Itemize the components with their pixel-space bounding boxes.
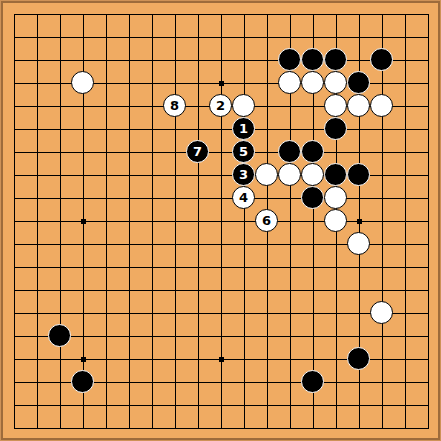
white-stone bbox=[232, 94, 255, 117]
intersection bbox=[232, 370, 255, 393]
intersection bbox=[232, 255, 255, 278]
white-stone: 6 bbox=[255, 209, 278, 232]
move-number: 5 bbox=[239, 145, 248, 158]
black-stone bbox=[301, 140, 324, 163]
intersection bbox=[94, 278, 117, 301]
intersection bbox=[163, 370, 186, 393]
intersection bbox=[393, 209, 416, 232]
intersection bbox=[163, 393, 186, 416]
intersection bbox=[71, 324, 94, 347]
move-number: 2 bbox=[216, 99, 225, 112]
intersection bbox=[209, 416, 232, 439]
intersection bbox=[370, 393, 393, 416]
intersection bbox=[232, 278, 255, 301]
intersection bbox=[94, 232, 117, 255]
intersection bbox=[255, 416, 278, 439]
intersection bbox=[117, 347, 140, 370]
intersection bbox=[2, 393, 25, 416]
intersection bbox=[186, 94, 209, 117]
intersection bbox=[117, 209, 140, 232]
intersection bbox=[324, 301, 347, 324]
intersection bbox=[301, 186, 324, 209]
intersection bbox=[2, 209, 25, 232]
intersection bbox=[255, 48, 278, 71]
intersection bbox=[255, 301, 278, 324]
intersection bbox=[416, 416, 439, 439]
intersection bbox=[209, 232, 232, 255]
black-stone bbox=[301, 186, 324, 209]
intersection bbox=[71, 209, 94, 232]
intersection bbox=[416, 278, 439, 301]
intersection bbox=[232, 94, 255, 117]
intersection bbox=[186, 232, 209, 255]
intersection bbox=[186, 117, 209, 140]
intersection bbox=[255, 255, 278, 278]
intersection bbox=[25, 416, 48, 439]
intersection bbox=[416, 48, 439, 71]
intersection bbox=[232, 347, 255, 370]
intersection bbox=[117, 232, 140, 255]
intersection bbox=[71, 301, 94, 324]
intersection bbox=[94, 347, 117, 370]
intersection bbox=[370, 140, 393, 163]
intersection bbox=[416, 255, 439, 278]
intersection bbox=[209, 278, 232, 301]
intersection bbox=[347, 163, 370, 186]
intersection bbox=[186, 2, 209, 25]
intersection bbox=[71, 186, 94, 209]
intersection bbox=[48, 25, 71, 48]
intersection bbox=[416, 71, 439, 94]
intersection bbox=[301, 117, 324, 140]
intersection bbox=[416, 301, 439, 324]
intersection bbox=[25, 301, 48, 324]
intersection bbox=[71, 2, 94, 25]
intersection bbox=[140, 140, 163, 163]
intersection bbox=[25, 370, 48, 393]
black-stone bbox=[324, 117, 347, 140]
intersection bbox=[209, 347, 232, 370]
intersection bbox=[2, 163, 25, 186]
white-stone bbox=[301, 71, 324, 94]
intersection bbox=[71, 117, 94, 140]
intersection bbox=[186, 255, 209, 278]
intersection bbox=[324, 347, 347, 370]
intersection bbox=[324, 370, 347, 393]
intersection bbox=[301, 94, 324, 117]
intersection bbox=[301, 416, 324, 439]
intersection bbox=[209, 324, 232, 347]
intersection bbox=[301, 163, 324, 186]
intersection bbox=[347, 416, 370, 439]
intersection bbox=[2, 324, 25, 347]
intersection bbox=[140, 209, 163, 232]
intersection bbox=[117, 117, 140, 140]
intersection bbox=[186, 71, 209, 94]
intersection bbox=[209, 71, 232, 94]
intersection bbox=[209, 255, 232, 278]
intersection bbox=[393, 94, 416, 117]
intersection: 8 bbox=[163, 94, 186, 117]
intersection bbox=[393, 140, 416, 163]
intersection bbox=[370, 2, 393, 25]
intersection bbox=[163, 25, 186, 48]
intersection bbox=[117, 94, 140, 117]
intersection bbox=[324, 209, 347, 232]
intersection bbox=[416, 117, 439, 140]
intersection bbox=[140, 117, 163, 140]
move-number: 8 bbox=[170, 99, 179, 112]
intersection bbox=[324, 393, 347, 416]
black-stone: 3 bbox=[232, 163, 255, 186]
intersection bbox=[163, 117, 186, 140]
intersection bbox=[232, 2, 255, 25]
intersection bbox=[94, 71, 117, 94]
intersection bbox=[71, 25, 94, 48]
intersection bbox=[186, 48, 209, 71]
intersection bbox=[2, 301, 25, 324]
move-number: 6 bbox=[262, 214, 271, 227]
intersection bbox=[301, 48, 324, 71]
intersection bbox=[163, 186, 186, 209]
intersection bbox=[2, 255, 25, 278]
white-stone bbox=[370, 301, 393, 324]
intersection bbox=[278, 416, 301, 439]
intersection bbox=[94, 255, 117, 278]
intersection bbox=[255, 140, 278, 163]
intersection bbox=[393, 393, 416, 416]
intersection bbox=[416, 232, 439, 255]
intersection bbox=[48, 255, 71, 278]
intersection bbox=[2, 71, 25, 94]
intersection bbox=[48, 347, 71, 370]
intersection bbox=[255, 163, 278, 186]
intersection bbox=[71, 140, 94, 163]
white-stone bbox=[324, 209, 347, 232]
intersection bbox=[186, 209, 209, 232]
intersection bbox=[255, 94, 278, 117]
intersection bbox=[278, 393, 301, 416]
intersection bbox=[301, 301, 324, 324]
intersection bbox=[301, 71, 324, 94]
intersection bbox=[48, 140, 71, 163]
intersection bbox=[25, 140, 48, 163]
intersection bbox=[25, 71, 48, 94]
intersection bbox=[94, 416, 117, 439]
white-stone bbox=[301, 163, 324, 186]
intersection bbox=[324, 416, 347, 439]
intersection bbox=[94, 370, 117, 393]
intersection bbox=[209, 140, 232, 163]
intersection bbox=[2, 140, 25, 163]
intersection bbox=[370, 209, 393, 232]
intersection bbox=[209, 2, 232, 25]
intersection bbox=[25, 163, 48, 186]
intersection bbox=[25, 117, 48, 140]
intersection bbox=[25, 186, 48, 209]
intersection bbox=[393, 2, 416, 25]
intersection bbox=[324, 163, 347, 186]
intersection bbox=[232, 209, 255, 232]
intersection bbox=[140, 163, 163, 186]
intersection bbox=[347, 2, 370, 25]
intersection bbox=[140, 2, 163, 25]
intersection bbox=[140, 324, 163, 347]
intersection bbox=[393, 25, 416, 48]
intersection bbox=[48, 71, 71, 94]
intersection bbox=[25, 393, 48, 416]
intersection bbox=[209, 209, 232, 232]
intersection bbox=[347, 370, 370, 393]
intersection bbox=[2, 2, 25, 25]
white-stone bbox=[324, 186, 347, 209]
intersection bbox=[324, 140, 347, 163]
intersection bbox=[255, 370, 278, 393]
white-stone bbox=[324, 94, 347, 117]
intersection bbox=[347, 301, 370, 324]
intersection bbox=[2, 117, 25, 140]
intersection bbox=[94, 209, 117, 232]
intersection bbox=[416, 94, 439, 117]
intersection bbox=[71, 255, 94, 278]
intersection bbox=[324, 94, 347, 117]
white-stone bbox=[255, 163, 278, 186]
intersection bbox=[48, 209, 71, 232]
intersection bbox=[48, 117, 71, 140]
intersection bbox=[163, 209, 186, 232]
intersection bbox=[48, 393, 71, 416]
intersection bbox=[2, 94, 25, 117]
intersection bbox=[94, 324, 117, 347]
intersection bbox=[163, 232, 186, 255]
intersection bbox=[71, 232, 94, 255]
intersection bbox=[25, 347, 48, 370]
intersection bbox=[186, 301, 209, 324]
intersection bbox=[48, 186, 71, 209]
intersection bbox=[163, 2, 186, 25]
intersection bbox=[140, 278, 163, 301]
intersection bbox=[370, 370, 393, 393]
intersection bbox=[209, 186, 232, 209]
intersection bbox=[48, 48, 71, 71]
intersection bbox=[117, 71, 140, 94]
intersection bbox=[278, 347, 301, 370]
intersection bbox=[347, 186, 370, 209]
intersection bbox=[163, 163, 186, 186]
intersection bbox=[71, 370, 94, 393]
intersection bbox=[416, 25, 439, 48]
intersection bbox=[186, 393, 209, 416]
intersection bbox=[186, 347, 209, 370]
intersection bbox=[232, 25, 255, 48]
intersection bbox=[209, 117, 232, 140]
intersection bbox=[324, 232, 347, 255]
intersection bbox=[117, 255, 140, 278]
intersection bbox=[278, 301, 301, 324]
intersection bbox=[94, 393, 117, 416]
intersection bbox=[163, 416, 186, 439]
intersection bbox=[186, 163, 209, 186]
intersection bbox=[25, 324, 48, 347]
intersection bbox=[186, 370, 209, 393]
black-stone bbox=[278, 48, 301, 71]
intersection bbox=[255, 393, 278, 416]
intersection bbox=[278, 25, 301, 48]
intersection bbox=[25, 232, 48, 255]
intersection bbox=[140, 370, 163, 393]
intersection bbox=[278, 324, 301, 347]
intersection bbox=[48, 416, 71, 439]
intersection: 1 bbox=[232, 117, 255, 140]
intersection bbox=[94, 301, 117, 324]
intersection bbox=[117, 186, 140, 209]
intersection bbox=[393, 232, 416, 255]
intersection bbox=[2, 278, 25, 301]
intersection bbox=[278, 209, 301, 232]
intersection bbox=[370, 25, 393, 48]
intersection bbox=[301, 347, 324, 370]
intersection bbox=[416, 163, 439, 186]
intersection bbox=[2, 25, 25, 48]
intersection bbox=[416, 2, 439, 25]
intersection bbox=[301, 278, 324, 301]
intersection bbox=[48, 324, 71, 347]
move-number: 4 bbox=[239, 191, 248, 204]
intersection bbox=[186, 416, 209, 439]
intersection bbox=[393, 416, 416, 439]
intersection bbox=[301, 209, 324, 232]
intersection bbox=[370, 278, 393, 301]
intersection bbox=[370, 71, 393, 94]
intersection bbox=[393, 186, 416, 209]
intersection bbox=[71, 71, 94, 94]
intersection bbox=[393, 324, 416, 347]
intersection bbox=[163, 255, 186, 278]
intersection bbox=[140, 48, 163, 71]
intersection bbox=[393, 71, 416, 94]
intersection bbox=[255, 324, 278, 347]
intersection bbox=[25, 255, 48, 278]
intersection bbox=[370, 324, 393, 347]
intersection bbox=[278, 232, 301, 255]
intersection bbox=[94, 94, 117, 117]
intersection bbox=[324, 2, 347, 25]
intersection bbox=[347, 117, 370, 140]
intersection bbox=[393, 48, 416, 71]
intersection bbox=[347, 71, 370, 94]
intersection bbox=[163, 71, 186, 94]
intersection bbox=[301, 255, 324, 278]
intersection bbox=[117, 301, 140, 324]
intersection bbox=[278, 278, 301, 301]
intersection bbox=[324, 255, 347, 278]
intersection bbox=[94, 117, 117, 140]
intersection bbox=[117, 324, 140, 347]
intersection bbox=[347, 232, 370, 255]
intersection bbox=[71, 48, 94, 71]
intersection bbox=[48, 278, 71, 301]
white-stone bbox=[278, 71, 301, 94]
intersection bbox=[278, 71, 301, 94]
intersection bbox=[324, 48, 347, 71]
intersection bbox=[94, 140, 117, 163]
intersection bbox=[416, 324, 439, 347]
intersection bbox=[416, 393, 439, 416]
intersection bbox=[186, 25, 209, 48]
intersection bbox=[94, 2, 117, 25]
intersection bbox=[393, 301, 416, 324]
intersection bbox=[209, 370, 232, 393]
intersection bbox=[94, 25, 117, 48]
white-stone bbox=[324, 71, 347, 94]
intersection bbox=[255, 25, 278, 48]
intersection bbox=[117, 278, 140, 301]
intersection bbox=[140, 94, 163, 117]
intersection bbox=[232, 324, 255, 347]
intersection bbox=[25, 25, 48, 48]
intersection: 2 bbox=[209, 94, 232, 117]
intersection bbox=[140, 301, 163, 324]
intersection bbox=[186, 324, 209, 347]
intersection bbox=[393, 370, 416, 393]
intersection bbox=[324, 186, 347, 209]
intersection bbox=[117, 2, 140, 25]
black-stone bbox=[71, 370, 94, 393]
intersection bbox=[278, 163, 301, 186]
black-stone bbox=[324, 163, 347, 186]
intersection bbox=[301, 140, 324, 163]
intersection bbox=[232, 393, 255, 416]
intersection bbox=[209, 48, 232, 71]
intersection bbox=[301, 393, 324, 416]
intersection bbox=[370, 347, 393, 370]
intersection bbox=[232, 48, 255, 71]
intersection bbox=[347, 255, 370, 278]
white-stone bbox=[347, 94, 370, 117]
intersection bbox=[324, 71, 347, 94]
intersection bbox=[186, 186, 209, 209]
intersection bbox=[347, 48, 370, 71]
intersection: 4 bbox=[232, 186, 255, 209]
intersection bbox=[2, 186, 25, 209]
black-stone bbox=[347, 163, 370, 186]
intersection bbox=[117, 48, 140, 71]
black-stone bbox=[301, 370, 324, 393]
intersection bbox=[2, 347, 25, 370]
intersection: 6 bbox=[255, 209, 278, 232]
intersection bbox=[324, 25, 347, 48]
intersection bbox=[370, 255, 393, 278]
intersection bbox=[140, 347, 163, 370]
intersection bbox=[370, 94, 393, 117]
intersection bbox=[25, 94, 48, 117]
intersection bbox=[232, 71, 255, 94]
intersection bbox=[393, 278, 416, 301]
intersection bbox=[370, 416, 393, 439]
intersection bbox=[209, 25, 232, 48]
intersection bbox=[186, 278, 209, 301]
intersection bbox=[301, 25, 324, 48]
black-stone bbox=[347, 347, 370, 370]
intersection bbox=[2, 370, 25, 393]
intersection bbox=[25, 2, 48, 25]
intersection bbox=[94, 186, 117, 209]
intersection bbox=[278, 48, 301, 71]
intersection bbox=[301, 2, 324, 25]
intersection bbox=[278, 94, 301, 117]
intersection bbox=[347, 347, 370, 370]
intersection bbox=[393, 347, 416, 370]
